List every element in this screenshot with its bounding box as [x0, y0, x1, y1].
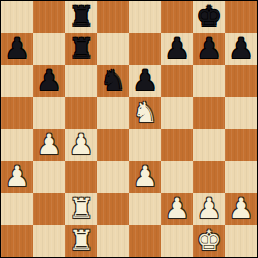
white-pawn: ♟	[161, 193, 193, 225]
square-e6[interactable]: ♟	[129, 65, 161, 97]
square-d8[interactable]	[97, 1, 129, 33]
square-g5[interactable]	[193, 97, 225, 129]
square-g8[interactable]: ♚	[193, 1, 225, 33]
square-e4[interactable]	[129, 129, 161, 161]
white-pawn: ♟	[193, 193, 225, 225]
square-d4[interactable]	[97, 129, 129, 161]
square-c8[interactable]: ♜	[65, 1, 97, 33]
square-b1[interactable]	[33, 225, 65, 257]
square-f8[interactable]	[161, 1, 193, 33]
square-a6[interactable]	[1, 65, 33, 97]
square-f6[interactable]	[161, 65, 193, 97]
square-c1[interactable]: ♜	[65, 225, 97, 257]
black-pawn: ♟	[129, 65, 161, 97]
black-pawn: ♟	[193, 33, 225, 65]
white-pawn: ♟	[1, 161, 33, 193]
square-h8[interactable]	[225, 1, 257, 33]
black-king: ♚	[193, 1, 225, 33]
square-a3[interactable]: ♟	[1, 161, 33, 193]
square-e1[interactable]	[129, 225, 161, 257]
square-b6[interactable]: ♟	[33, 65, 65, 97]
square-c2[interactable]: ♜	[65, 193, 97, 225]
square-g3[interactable]	[193, 161, 225, 193]
square-h4[interactable]	[225, 129, 257, 161]
black-pawn: ♟	[225, 33, 257, 65]
square-a1[interactable]	[1, 225, 33, 257]
black-pawn: ♟	[33, 65, 65, 97]
square-b4[interactable]: ♟	[33, 129, 65, 161]
chess-board: ♜♚♟♜♟♟♟♟♞♟♞♟♟♟♟♜♟♟♟♜♚	[0, 0, 258, 258]
square-e8[interactable]	[129, 1, 161, 33]
square-e3[interactable]: ♟	[129, 161, 161, 193]
white-pawn: ♟	[65, 129, 97, 161]
white-pawn: ♟	[129, 161, 161, 193]
square-a8[interactable]	[1, 1, 33, 33]
square-g1[interactable]: ♚	[193, 225, 225, 257]
square-b2[interactable]	[33, 193, 65, 225]
square-a7[interactable]: ♟	[1, 33, 33, 65]
white-knight: ♞	[129, 97, 161, 129]
square-a5[interactable]	[1, 97, 33, 129]
square-g6[interactable]	[193, 65, 225, 97]
square-b5[interactable]	[33, 97, 65, 129]
square-b7[interactable]	[33, 33, 65, 65]
square-h7[interactable]: ♟	[225, 33, 257, 65]
square-f2[interactable]: ♟	[161, 193, 193, 225]
square-g7[interactable]: ♟	[193, 33, 225, 65]
square-d3[interactable]	[97, 161, 129, 193]
square-g2[interactable]: ♟	[193, 193, 225, 225]
black-rook: ♜	[65, 1, 97, 33]
square-h5[interactable]	[225, 97, 257, 129]
square-c7[interactable]: ♜	[65, 33, 97, 65]
square-h1[interactable]	[225, 225, 257, 257]
square-a4[interactable]	[1, 129, 33, 161]
square-d1[interactable]	[97, 225, 129, 257]
square-d2[interactable]	[97, 193, 129, 225]
square-c5[interactable]	[65, 97, 97, 129]
square-f4[interactable]	[161, 129, 193, 161]
white-pawn: ♟	[225, 193, 257, 225]
square-f7[interactable]: ♟	[161, 33, 193, 65]
square-e2[interactable]	[129, 193, 161, 225]
square-c3[interactable]	[65, 161, 97, 193]
square-d5[interactable]	[97, 97, 129, 129]
white-king: ♚	[193, 225, 225, 257]
square-f3[interactable]	[161, 161, 193, 193]
square-d7[interactable]	[97, 33, 129, 65]
square-b3[interactable]	[33, 161, 65, 193]
square-f1[interactable]	[161, 225, 193, 257]
square-h3[interactable]	[225, 161, 257, 193]
white-rook: ♜	[65, 193, 97, 225]
square-b8[interactable]	[33, 1, 65, 33]
square-g4[interactable]	[193, 129, 225, 161]
square-h2[interactable]: ♟	[225, 193, 257, 225]
white-rook: ♜	[65, 225, 97, 257]
square-a2[interactable]	[1, 193, 33, 225]
square-c4[interactable]: ♟	[65, 129, 97, 161]
black-pawn: ♟	[161, 33, 193, 65]
black-rook: ♜	[65, 33, 97, 65]
white-pawn: ♟	[33, 129, 65, 161]
black-pawn: ♟	[1, 33, 33, 65]
square-d6[interactable]: ♞	[97, 65, 129, 97]
black-knight: ♞	[97, 65, 129, 97]
square-e5[interactable]: ♞	[129, 97, 161, 129]
square-h6[interactable]	[225, 65, 257, 97]
square-e7[interactable]	[129, 33, 161, 65]
square-f5[interactable]	[161, 97, 193, 129]
square-c6[interactable]	[65, 65, 97, 97]
